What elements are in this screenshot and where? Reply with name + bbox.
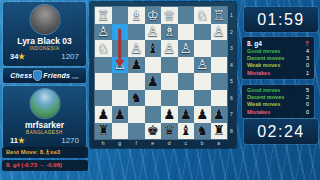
stat-value: 4 xyxy=(306,48,309,55)
square-c3[interactable]: ♙ xyxy=(178,40,195,57)
player-rating: 1207 xyxy=(61,52,79,61)
square-a6[interactable] xyxy=(211,90,228,107)
piece-white-queen: ♕ xyxy=(163,9,175,23)
file-label-g: g xyxy=(112,139,129,148)
file-label-a: a xyxy=(211,139,228,148)
shield-icon xyxy=(33,70,42,81)
player-country: INDONESIA xyxy=(3,46,86,51)
square-h6[interactable] xyxy=(95,90,112,107)
stat-row-weak-moves: Weak moves0 xyxy=(247,62,309,69)
square-b2[interactable] xyxy=(194,24,211,41)
square-a1[interactable]: ♖ xyxy=(211,7,228,24)
square-b3[interactable] xyxy=(194,40,211,57)
mistake-mark-icon: ? xyxy=(305,39,309,48)
square-h3[interactable]: ♘ xyxy=(95,40,112,57)
square-g5[interactable] xyxy=(112,73,129,90)
square-e6[interactable] xyxy=(145,90,162,107)
stat-label: Weak moves xyxy=(247,101,280,108)
piece-black-bishop: ♝ xyxy=(147,42,159,56)
square-f1[interactable]: ♗ xyxy=(128,7,145,24)
piece-white-pawn: ♙ xyxy=(213,25,225,39)
stat-row-weak-moves: Weak moves0 xyxy=(247,101,309,108)
file-label-b: b xyxy=(194,139,211,148)
square-c4[interactable] xyxy=(178,57,195,74)
square-h8[interactable]: ♜ xyxy=(95,123,112,140)
square-d2[interactable]: ♗ xyxy=(161,24,178,41)
stat-label: Decent moves xyxy=(247,94,284,101)
player-name: Lyra Black 03 xyxy=(3,36,86,46)
player-card-white: Lyra Black 03 INDONESIA 34★ 1207 xyxy=(3,2,86,66)
piece-white-pawn: ♙ xyxy=(196,58,208,72)
rank-label-2: 2 xyxy=(227,24,236,41)
square-b7[interactable]: ♟ xyxy=(194,106,211,123)
rank-label-6: 6 xyxy=(227,90,236,107)
square-d6[interactable] xyxy=(161,90,178,107)
square-c1[interactable] xyxy=(178,7,195,24)
move-stats-white: 8. g4 ? Good moves4Decent moves3Weak mov… xyxy=(242,37,314,79)
piece-white-king: ♔ xyxy=(147,9,159,23)
square-d3[interactable]: ♙ xyxy=(161,40,178,57)
square-e3[interactable]: ♝ xyxy=(145,40,162,57)
square-a4[interactable] xyxy=(211,57,228,74)
rank-label-1: 1 xyxy=(227,7,236,24)
piece-black-rook: ♜ xyxy=(213,124,225,138)
square-d5[interactable] xyxy=(161,73,178,90)
chess-game-screen: Lyra Black 03 INDONESIA 34★ 1207 Chess F… xyxy=(0,0,320,180)
stats-rows: Good moves4Decent moves3Weak moves0Mista… xyxy=(247,48,309,77)
square-e5[interactable]: ♟ xyxy=(145,73,162,90)
stat-label: Decent moves xyxy=(247,55,284,62)
star-icon: ★ xyxy=(18,136,25,145)
avatar xyxy=(30,5,59,34)
board-grid: ♖♗♔♕♘♖♙♙♗♙♘♙♝♙♙♙♟♙♟♞♟♟♟♟♟♟♜♚♛♝♞♜ xyxy=(95,7,227,139)
piece-black-pawn: ♟ xyxy=(97,108,109,122)
square-e8[interactable]: ♚ xyxy=(145,123,162,140)
player-country: BANGLADESH xyxy=(3,130,86,135)
square-b8[interactable]: ♞ xyxy=(194,123,211,140)
piece-black-knight: ♞ xyxy=(130,91,142,105)
square-b5[interactable] xyxy=(194,73,211,90)
piece-black-pawn: ♟ xyxy=(196,108,208,122)
logo-text-left: Chess xyxy=(10,72,32,79)
stat-row-decent-moves: Decent moves3 xyxy=(247,55,309,62)
square-d1[interactable]: ♕ xyxy=(161,7,178,24)
clock-white: 01:59 xyxy=(244,7,318,32)
file-label-d: d xyxy=(161,139,178,148)
piece-black-pawn: ♟ xyxy=(163,108,175,122)
square-d8[interactable]: ♛ xyxy=(161,123,178,140)
square-d7[interactable]: ♟ xyxy=(161,106,178,123)
piece-white-knight: ♘ xyxy=(196,9,208,23)
logo-suffix: .com xyxy=(71,76,79,80)
square-h1[interactable]: ♖ xyxy=(95,7,112,24)
square-e1[interactable]: ♔ xyxy=(145,7,162,24)
square-c6[interactable] xyxy=(178,90,195,107)
rank-label-8: 8 xyxy=(227,123,236,140)
piece-black-queen: ♛ xyxy=(163,124,175,138)
piece-black-knight: ♞ xyxy=(196,124,208,138)
piece-white-knight: ♘ xyxy=(97,42,109,56)
piece-black-pawn: ♟ xyxy=(114,108,126,122)
rank-label-5: 5 xyxy=(227,73,236,90)
stat-row-decent-moves: Decent moves2 xyxy=(247,94,309,101)
file-label-h: h xyxy=(95,139,112,148)
stat-row-mistakes: Mistakes1 xyxy=(247,70,309,77)
square-g6[interactable] xyxy=(112,90,129,107)
square-a2[interactable]: ♙ xyxy=(211,24,228,41)
rank-label-4: 4 xyxy=(227,57,236,74)
square-h5[interactable] xyxy=(95,73,112,90)
piece-black-pawn: ♟ xyxy=(213,108,225,122)
stat-value: 5 xyxy=(306,87,309,94)
player-card-black: mrfsarker BANGLADESH 11★ 1270 xyxy=(3,86,86,148)
square-c8[interactable]: ♝ xyxy=(178,123,195,140)
stat-label: Mistakes xyxy=(247,70,270,77)
player-stars: 34★ xyxy=(10,52,25,61)
square-f7[interactable] xyxy=(128,106,145,123)
last-move-text: 8. g4 xyxy=(247,39,262,48)
file-label-f: f xyxy=(128,139,145,148)
stat-row-good-moves: Good moves5 xyxy=(247,87,309,94)
piece-white-pawn: ♙ xyxy=(114,58,126,72)
stat-value: 3 xyxy=(306,55,309,62)
player-meta-row: 11★ 1270 xyxy=(10,136,79,147)
file-label-c: c xyxy=(178,139,195,148)
square-f2[interactable] xyxy=(128,24,145,41)
square-h2[interactable]: ♙ xyxy=(95,24,112,41)
piece-black-pawn: ♟ xyxy=(180,108,192,122)
piece-white-pawn: ♙ xyxy=(147,25,159,39)
piece-white-pawn: ♙ xyxy=(97,25,109,39)
square-a5[interactable] xyxy=(211,73,228,90)
piece-black-rook: ♜ xyxy=(97,124,109,138)
stat-value: 0 xyxy=(306,101,309,108)
square-f4[interactable]: ♟ xyxy=(128,57,145,74)
square-g4[interactable]: ♙ xyxy=(112,57,129,74)
chess-board: ♖♗♔♕♘♖♙♙♗♙♘♙♝♙♙♙♟♙♟♞♟♟♟♟♟♟♜♚♛♝♞♜ hgfedcb… xyxy=(90,2,236,148)
piece-black-king: ♚ xyxy=(147,124,159,138)
piece-black-pawn: ♟ xyxy=(130,58,142,72)
square-h7[interactable]: ♟ xyxy=(95,106,112,123)
piece-black-bishop: ♝ xyxy=(180,124,192,138)
stat-value: 0 xyxy=(306,109,309,116)
player-rating: 1270 xyxy=(61,136,79,145)
square-b6[interactable] xyxy=(194,90,211,107)
stat-row-good-moves: Good moves4 xyxy=(247,48,309,55)
square-e2[interactable]: ♙ xyxy=(145,24,162,41)
square-f8[interactable] xyxy=(128,123,145,140)
piece-white-pawn: ♙ xyxy=(180,42,192,56)
square-a8[interactable]: ♜ xyxy=(211,123,228,140)
square-g3[interactable] xyxy=(112,40,129,57)
rank-label-7: 7 xyxy=(227,106,236,123)
stat-label: Weak moves xyxy=(247,62,280,69)
best-move-bar: Best Move: 8.♗xe3 xyxy=(2,147,88,158)
square-a3[interactable] xyxy=(211,40,228,57)
stat-label: Good moves xyxy=(247,48,280,55)
square-d4[interactable] xyxy=(161,57,178,74)
square-g2[interactable] xyxy=(112,24,129,41)
square-c5[interactable] xyxy=(178,73,195,90)
file-label-e: e xyxy=(145,139,162,148)
piece-white-pawn: ♙ xyxy=(163,42,175,56)
square-c7[interactable]: ♟ xyxy=(178,106,195,123)
piece-white-rook: ♖ xyxy=(97,9,109,23)
clock-black: 02:24 xyxy=(244,119,318,144)
player-meta-row: 34★ 1207 xyxy=(10,52,79,63)
rank-labels: 12345678 xyxy=(227,7,236,139)
player-stars: 11★ xyxy=(10,136,25,145)
square-b1[interactable]: ♘ xyxy=(194,7,211,24)
square-f6[interactable]: ♞ xyxy=(128,90,145,107)
stats-rows: Good moves5Decent moves2Weak moves0Mista… xyxy=(247,87,309,116)
avatar xyxy=(30,89,59,118)
square-c2[interactable] xyxy=(178,24,195,41)
piece-black-pawn: ♟ xyxy=(147,75,159,89)
square-h4[interactable] xyxy=(95,57,112,74)
square-b4[interactable]: ♙ xyxy=(194,57,211,74)
logo-text-right: Friends xyxy=(43,72,70,79)
stat-label: Good moves xyxy=(247,87,280,94)
piece-white-bishop: ♗ xyxy=(130,9,142,23)
stat-value: 2 xyxy=(306,94,309,101)
piece-white-bishop: ♗ xyxy=(163,25,175,39)
square-e7[interactable] xyxy=(145,106,162,123)
star-icon: ★ xyxy=(18,52,25,61)
file-labels: hgfedcba xyxy=(95,139,227,148)
square-g7[interactable]: ♟ xyxy=(112,106,129,123)
move-stats-black: Good moves5Decent moves2Weak moves0Mista… xyxy=(242,85,314,118)
piece-white-pawn: ♙ xyxy=(130,42,142,56)
square-g8[interactable] xyxy=(112,123,129,140)
square-a7[interactable]: ♟ xyxy=(211,106,228,123)
stat-row-mistakes: Mistakes0 xyxy=(247,109,309,116)
rank-label-3: 3 xyxy=(227,40,236,57)
stat-value: 0 xyxy=(306,62,309,69)
chessfriends-logo: Chess Friends .com xyxy=(3,68,86,83)
player-name: mrfsarker xyxy=(3,120,86,130)
square-f5[interactable] xyxy=(128,73,145,90)
square-g1[interactable] xyxy=(112,7,129,24)
last-move-header: 8. g4 ? xyxy=(247,39,309,48)
stat-value: 1 xyxy=(306,70,309,77)
square-f3[interactable]: ♙ xyxy=(128,40,145,57)
played-move-eval-bar: 8. g4 (-0.73 → -0.98) xyxy=(2,160,88,171)
piece-white-rook: ♖ xyxy=(213,9,225,23)
square-e4[interactable] xyxy=(145,57,162,74)
stat-label: Mistakes xyxy=(247,109,270,116)
